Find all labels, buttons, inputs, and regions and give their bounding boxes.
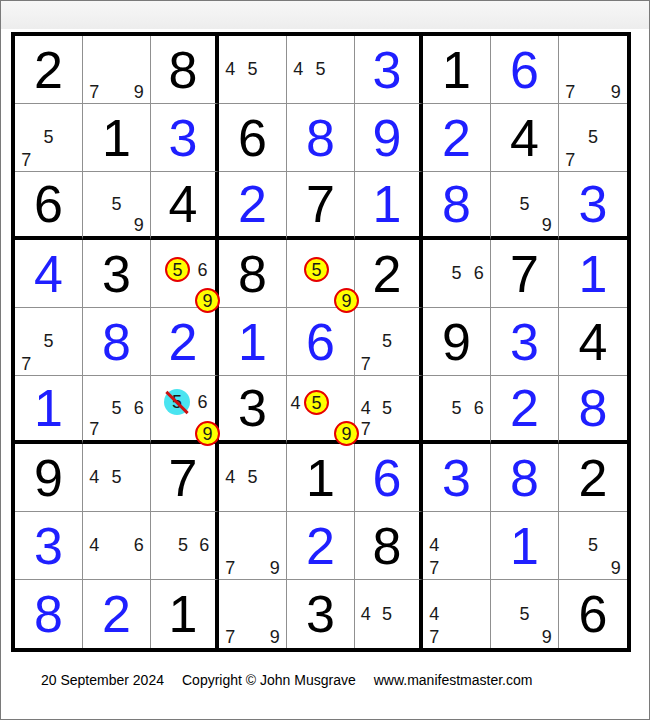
candidate-layer: 57 xyxy=(355,308,419,375)
cell-r3c9[interactable]: 3 xyxy=(559,172,627,240)
given-digit: 7 xyxy=(151,444,215,511)
given-digit: 3 xyxy=(287,580,354,648)
given-digit: 9 xyxy=(15,444,82,511)
candidate: 6 xyxy=(468,397,490,418)
cell-r8c4[interactable]: 79 xyxy=(219,512,287,580)
given-digit: 2 xyxy=(355,240,419,307)
cell-r6c6[interactable]: 457 xyxy=(355,376,423,444)
cell-r5c6[interactable]: 57 xyxy=(355,308,423,376)
footer: 20 September 2024 Copyright © John Musgr… xyxy=(41,672,532,688)
solved-digit: 2 xyxy=(423,104,490,171)
highlighted-candidate: 5 xyxy=(304,257,329,282)
given-digit: 1 xyxy=(83,104,150,171)
solved-digit: 8 xyxy=(491,444,558,511)
cell-r4c1[interactable]: 4 xyxy=(15,240,83,308)
candidate: 5 xyxy=(376,397,397,418)
cell-r4c9[interactable]: 1 xyxy=(559,240,627,308)
app-window: 2798454531679571368924576594271859343569… xyxy=(0,0,650,720)
candidate-layer: 59 xyxy=(491,580,558,648)
candidate: 4 xyxy=(219,466,241,488)
candidate: 9 xyxy=(604,557,627,579)
title-bar xyxy=(1,1,649,29)
candidate-layer: 45 xyxy=(219,36,286,103)
given-digit: 6 xyxy=(15,172,82,236)
candidate-layer: 56 xyxy=(423,240,490,307)
cell-r6c3[interactable]: 569 xyxy=(151,376,219,444)
cell-r8c9[interactable]: 59 xyxy=(559,512,627,580)
candidate: 5 xyxy=(37,126,59,148)
cell-r1c4[interactable]: 45 xyxy=(219,36,287,104)
candidate: 7 xyxy=(83,419,105,440)
cell-r2c9[interactable]: 57 xyxy=(559,104,627,172)
candidate-layer: 47 xyxy=(423,580,490,648)
cell-r6c4[interactable]: 3 xyxy=(219,376,287,444)
candidate-layer: 79 xyxy=(219,580,286,648)
solved-digit: 6 xyxy=(491,36,558,103)
cell-r7c9[interactable]: 2 xyxy=(559,444,627,512)
cell-r5c1[interactable]: 57 xyxy=(15,308,83,376)
candidate: 4 xyxy=(423,534,445,556)
candidate: 5 xyxy=(582,534,605,556)
cell-r5c2[interactable]: 8 xyxy=(83,308,151,376)
candidate: 4 xyxy=(355,603,376,626)
candidate: 7 xyxy=(355,419,376,440)
candidate: 7 xyxy=(559,149,582,171)
solved-digit: 2 xyxy=(491,376,558,440)
solved-digit: 8 xyxy=(423,172,490,236)
candidate: 7 xyxy=(15,353,37,375)
cell-r8c5[interactable]: 2 xyxy=(287,512,355,580)
candidate: 5 xyxy=(37,330,59,352)
cell-r6c2[interactable]: 567 xyxy=(83,376,151,444)
cell-r9c5[interactable]: 3 xyxy=(287,580,355,648)
candidate-layer: 56 xyxy=(423,376,490,440)
solved-digit: 6 xyxy=(355,444,419,511)
cell-r9c9[interactable]: 6 xyxy=(559,580,627,648)
solved-digit: 2 xyxy=(287,512,354,579)
cell-r4c7[interactable]: 56 xyxy=(423,240,491,308)
candidate-layer: 59 xyxy=(83,172,150,236)
cell-r6c8[interactable]: 2 xyxy=(491,376,559,444)
candidate: 7 xyxy=(559,81,582,103)
cell-r8c2[interactable]: 46 xyxy=(83,512,151,580)
cell-r2c6[interactable]: 9 xyxy=(355,104,423,172)
candidate-layer: 569 xyxy=(151,240,215,307)
cell-r9c4[interactable]: 79 xyxy=(219,580,287,648)
given-digit: 2 xyxy=(15,36,82,103)
given-digit: 6 xyxy=(559,580,627,648)
given-digit: 7 xyxy=(491,240,558,307)
candidate: 5 xyxy=(105,397,127,418)
solved-digit: 3 xyxy=(355,36,419,103)
cell-r7c8[interactable]: 8 xyxy=(491,444,559,512)
candidate-layer: 567 xyxy=(83,376,150,440)
cell-r7c5[interactable]: 1 xyxy=(287,444,355,512)
candidate-layer: 59 xyxy=(559,512,627,579)
cell-r6c1[interactable]: 1 xyxy=(15,376,83,444)
highlighted-candidate: 9 xyxy=(195,288,220,313)
candidate-layer: 45 xyxy=(287,36,354,103)
footer-website: www.manifestmaster.com xyxy=(374,672,533,688)
candidate: 7 xyxy=(15,149,37,171)
cell-r1c5[interactable]: 45 xyxy=(287,36,355,104)
cell-r3c4[interactable]: 2 xyxy=(219,172,287,240)
cell-r4c5[interactable]: 59 xyxy=(287,240,355,308)
candidate: 5 xyxy=(445,262,467,284)
given-digit: 4 xyxy=(151,172,215,236)
given-digit: 4 xyxy=(491,104,558,171)
candidate-layer: 45 xyxy=(219,444,286,511)
candidate: 5 xyxy=(241,466,263,488)
footer-copyright: Copyright © John Musgrave xyxy=(182,672,356,688)
candidate: 7 xyxy=(423,557,445,579)
cell-r5c8[interactable]: 3 xyxy=(491,308,559,376)
given-digit: 8 xyxy=(219,240,286,307)
solved-digit: 8 xyxy=(83,308,150,375)
given-digit: 3 xyxy=(83,240,150,307)
footer-date: 20 September 2024 xyxy=(41,672,164,688)
candidate-layer: 56 xyxy=(151,512,215,579)
highlighted-candidate: 5 xyxy=(165,257,190,282)
cell-r9c1[interactable]: 8 xyxy=(15,580,83,648)
candidate: 5 xyxy=(513,193,535,214)
cell-r7c4[interactable]: 45 xyxy=(219,444,287,512)
cell-r3c5[interactable]: 7 xyxy=(287,172,355,240)
candidate: 9 xyxy=(604,81,627,103)
candidate: 5 xyxy=(309,58,331,80)
cell-r9c8[interactable]: 59 xyxy=(491,580,559,648)
candidate: 7 xyxy=(423,625,445,648)
cell-r4c8[interactable]: 7 xyxy=(491,240,559,308)
candidate: 4 xyxy=(219,58,241,80)
cell-r5c7[interactable]: 9 xyxy=(423,308,491,376)
given-digit: 4 xyxy=(559,308,627,375)
candidate: 5 xyxy=(172,534,193,556)
candidate: 6 xyxy=(128,397,150,418)
cell-r9c7[interactable]: 47 xyxy=(423,580,491,648)
cell-r8c1[interactable]: 3 xyxy=(15,512,83,580)
candidate-layer: 57 xyxy=(15,104,82,171)
highlighted-candidate: 5 xyxy=(304,390,329,415)
cell-r8c6[interactable]: 8 xyxy=(355,512,423,580)
candidate-layer: 46 xyxy=(83,512,150,579)
solved-digit: 3 xyxy=(491,308,558,375)
cell-r8c7[interactable]: 47 xyxy=(423,512,491,580)
given-digit: 3 xyxy=(219,376,286,440)
solved-digit: 8 xyxy=(559,376,627,440)
candidate-layer: 47 xyxy=(423,512,490,579)
candidate: 9 xyxy=(128,215,150,236)
cell-r2c4[interactable]: 6 xyxy=(219,104,287,172)
cell-r3c6[interactable]: 1 xyxy=(355,172,423,240)
candidate-layer: 79 xyxy=(83,36,150,103)
cell-r2c2[interactable]: 1 xyxy=(83,104,151,172)
candidate: 4 xyxy=(287,58,309,80)
candidate: 9 xyxy=(536,215,558,236)
sudoku-board: 2798454531679571368924576594271859343569… xyxy=(11,32,631,652)
given-digit: 1 xyxy=(287,444,354,511)
candidate: 9 xyxy=(264,557,286,579)
cell-r3c7[interactable]: 8 xyxy=(423,172,491,240)
candidate-layer: 79 xyxy=(219,512,286,579)
cell-r9c2[interactable]: 2 xyxy=(83,580,151,648)
candidate: 7 xyxy=(219,625,241,648)
solved-digit: 3 xyxy=(151,104,215,171)
given-digit: 9 xyxy=(423,308,490,375)
candidate-layer: 569 xyxy=(151,376,215,440)
given-digit: 7 xyxy=(287,172,354,236)
given-digit: 6 xyxy=(219,104,286,171)
candidate: 4 xyxy=(83,466,105,488)
candidate-layer: 57 xyxy=(559,104,627,171)
cell-r2c5[interactable]: 8 xyxy=(287,104,355,172)
candidate: 6 xyxy=(190,389,215,415)
given-digit: 1 xyxy=(151,580,215,648)
candidate: 9 xyxy=(128,81,150,103)
cell-r9c3[interactable]: 1 xyxy=(151,580,219,648)
solved-digit: 3 xyxy=(559,172,627,236)
highlighted-candidate: 9 xyxy=(195,421,220,446)
cell-r3c1[interactable]: 6 xyxy=(15,172,83,240)
cell-r3c8[interactable]: 59 xyxy=(491,172,559,240)
candidate: 6 xyxy=(190,257,215,282)
cell-r3c2[interactable]: 59 xyxy=(83,172,151,240)
cell-r6c5[interactable]: 459 xyxy=(287,376,355,444)
cell-r4c3[interactable]: 569 xyxy=(151,240,219,308)
candidate-layer: 459 xyxy=(287,376,354,440)
cell-r7c1[interactable]: 9 xyxy=(15,444,83,512)
cell-r1c1[interactable]: 2 xyxy=(15,36,83,104)
candidate: 5 xyxy=(445,397,467,418)
cell-r5c9[interactable]: 4 xyxy=(559,308,627,376)
solved-digit: 2 xyxy=(151,308,215,375)
solved-digit: 4 xyxy=(15,240,82,307)
cell-r4c6[interactable]: 2 xyxy=(355,240,423,308)
candidate: 4 xyxy=(83,534,105,556)
candidate-layer: 45 xyxy=(355,580,419,648)
cell-r6c7[interactable]: 56 xyxy=(423,376,491,444)
cell-r4c2[interactable]: 3 xyxy=(83,240,151,308)
cell-r8c8[interactable]: 1 xyxy=(491,512,559,580)
solved-digit: 1 xyxy=(559,240,627,307)
candidate-layer: 59 xyxy=(287,240,354,307)
cell-r7c3[interactable]: 7 xyxy=(151,444,219,512)
candidate-layer: 57 xyxy=(15,308,82,375)
solved-digit: 9 xyxy=(355,104,419,171)
cell-r2c8[interactable]: 4 xyxy=(491,104,559,172)
candidate: 9 xyxy=(536,625,558,648)
cell-r2c7[interactable]: 2 xyxy=(423,104,491,172)
candidate: 6 xyxy=(128,534,150,556)
solved-digit: 6 xyxy=(287,308,354,375)
candidate: 7 xyxy=(219,557,241,579)
candidate: 5 xyxy=(513,603,535,626)
cell-r7c2[interactable]: 45 xyxy=(83,444,151,512)
cell-r1c8[interactable]: 6 xyxy=(491,36,559,104)
candidate: 4 xyxy=(287,390,304,415)
solved-digit: 2 xyxy=(83,580,150,648)
candidate: 5 xyxy=(582,126,605,148)
solved-digit: 1 xyxy=(491,512,558,579)
candidate-layer: 79 xyxy=(559,36,627,103)
candidate: 5 xyxy=(376,603,397,626)
solved-digit: 1 xyxy=(355,172,419,236)
candidate-layer: 45 xyxy=(83,444,150,511)
cell-r2c1[interactable]: 57 xyxy=(15,104,83,172)
candidate: 5 xyxy=(241,58,263,80)
cell-r4c4[interactable]: 8 xyxy=(219,240,287,308)
cell-r5c5[interactable]: 6 xyxy=(287,308,355,376)
candidate-layer: 457 xyxy=(355,376,419,440)
cell-r5c4[interactable]: 1 xyxy=(219,308,287,376)
cell-r1c6[interactable]: 3 xyxy=(355,36,423,104)
candidate-layer: 59 xyxy=(491,172,558,236)
cell-r9c6[interactable]: 45 xyxy=(355,580,423,648)
cell-r2c3[interactable]: 3 xyxy=(151,104,219,172)
given-digit: 8 xyxy=(151,36,215,103)
cell-r5c3[interactable]: 2 xyxy=(151,308,219,376)
candidate: 7 xyxy=(83,81,105,103)
candidate: 4 xyxy=(355,397,376,418)
candidate: 7 xyxy=(355,353,376,375)
candidate: 6 xyxy=(468,262,490,284)
cell-r8c3[interactable]: 56 xyxy=(151,512,219,580)
cell-r1c9[interactable]: 79 xyxy=(559,36,627,104)
solved-digit: 2 xyxy=(219,172,286,236)
cell-r1c3[interactable]: 8 xyxy=(151,36,219,104)
candidate: 4 xyxy=(423,603,445,626)
cell-r3c3[interactable]: 4 xyxy=(151,172,219,240)
cell-r7c6[interactable]: 6 xyxy=(355,444,423,512)
given-digit: 2 xyxy=(559,444,627,511)
candidate: 6 xyxy=(194,534,215,556)
solved-digit: 3 xyxy=(15,512,82,579)
solved-digit: 3 xyxy=(423,444,490,511)
cell-r6c9[interactable]: 8 xyxy=(559,376,627,444)
given-digit: 8 xyxy=(355,512,419,579)
eliminated-candidate: 5 xyxy=(164,389,190,415)
candidate: 5 xyxy=(105,193,127,214)
candidate: 5 xyxy=(105,466,127,488)
cell-r1c2[interactable]: 79 xyxy=(83,36,151,104)
given-digit: 1 xyxy=(423,36,490,103)
solved-digit: 1 xyxy=(15,376,82,440)
cell-r1c7[interactable]: 1 xyxy=(423,36,491,104)
solved-digit: 8 xyxy=(15,580,82,648)
cell-r7c7[interactable]: 3 xyxy=(423,444,491,512)
solved-digit: 8 xyxy=(287,104,354,171)
candidate: 5 xyxy=(376,330,397,352)
candidate: 9 xyxy=(264,625,286,648)
solved-digit: 1 xyxy=(219,308,286,375)
